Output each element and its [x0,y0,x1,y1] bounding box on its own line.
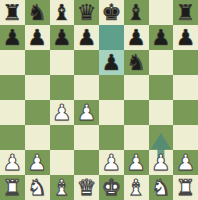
white-pawn[interactable]: ♟ [3,150,23,175]
square-e7[interactable] [99,25,124,50]
square-a3[interactable] [0,125,25,150]
square-h6[interactable] [173,50,198,75]
black-knight[interactable]: ♞ [126,50,146,75]
square-c3[interactable] [50,125,75,150]
white-pawn[interactable]: ♟ [27,150,47,175]
white-bishop[interactable]: ♝ [52,175,72,200]
square-f5[interactable] [124,75,149,100]
square-b4[interactable] [25,100,50,125]
square-a6[interactable] [0,50,25,75]
square-d3[interactable] [74,125,99,150]
square-b8[interactable]: ♞ [25,0,50,25]
white-pawn[interactable]: ♟ [151,150,171,175]
square-g1[interactable]: ♞ [149,175,174,200]
square-c7[interactable]: ♟ [50,25,75,50]
white-rook[interactable]: ♜ [3,175,23,200]
square-a5[interactable] [0,75,25,100]
black-bishop[interactable]: ♝ [126,0,146,25]
black-rook[interactable]: ♜ [176,0,196,25]
black-pawn[interactable]: ♟ [52,25,72,50]
square-g6[interactable] [149,50,174,75]
white-rook[interactable]: ♜ [176,175,196,200]
white-knight[interactable]: ♞ [27,175,47,200]
square-a1[interactable]: ♜ [0,175,25,200]
square-g7[interactable]: ♟ [149,25,174,50]
black-pawn[interactable]: ♟ [77,25,97,50]
white-pawn[interactable]: ♟ [52,100,72,125]
square-e4[interactable] [99,100,124,125]
square-f8[interactable]: ♝ [124,0,149,25]
square-b7[interactable]: ♟ [25,25,50,50]
square-c2[interactable] [50,150,75,175]
square-f2[interactable]: ♟ [124,150,149,175]
square-g2[interactable]: ♟ [149,150,174,175]
black-pawn[interactable]: ♟ [102,50,122,75]
square-a8[interactable]: ♜ [0,0,25,25]
square-h3[interactable] [173,125,198,150]
white-queen[interactable]: ♛ [77,175,97,200]
square-e2[interactable]: ♟ [99,150,124,175]
white-knight[interactable]: ♞ [151,175,171,200]
square-c6[interactable] [50,50,75,75]
square-f7[interactable]: ♟ [124,25,149,50]
black-pawn[interactable]: ♟ [27,25,47,50]
square-d1[interactable]: ♛ [74,175,99,200]
chess-board-container: ♜♞♝♛♚♝♜♟♟♟♟♟♟♟♟♞♟♟♟♟♟♟♟♟♜♞♝♛♚♝♞♜ [0,0,198,200]
chess-board[interactable]: ♜♞♝♛♚♝♜♟♟♟♟♟♟♟♟♞♟♟♟♟♟♟♟♟♜♞♝♛♚♝♞♜ [0,0,198,200]
square-h1[interactable]: ♜ [173,175,198,200]
square-d8[interactable]: ♛ [74,0,99,25]
square-e5[interactable] [99,75,124,100]
white-pawn[interactable]: ♟ [77,100,97,125]
square-g4[interactable] [149,100,174,125]
black-rook[interactable]: ♜ [3,0,23,25]
white-king[interactable]: ♚ [102,175,122,200]
square-b5[interactable] [25,75,50,100]
square-f6[interactable]: ♞ [124,50,149,75]
black-queen[interactable]: ♛ [77,0,97,25]
black-pawn[interactable]: ♟ [151,25,171,50]
square-d2[interactable] [74,150,99,175]
square-f1[interactable]: ♝ [124,175,149,200]
square-h8[interactable]: ♜ [173,0,198,25]
square-d4[interactable]: ♟ [74,100,99,125]
square-h7[interactable]: ♟ [173,25,198,50]
square-h2[interactable]: ♟ [173,150,198,175]
square-a4[interactable] [0,100,25,125]
square-b2[interactable]: ♟ [25,150,50,175]
square-c8[interactable]: ♝ [50,0,75,25]
square-d7[interactable]: ♟ [74,25,99,50]
square-g3[interactable] [149,125,174,150]
black-king[interactable]: ♚ [102,0,122,25]
square-h4[interactable] [173,100,198,125]
square-e3[interactable] [99,125,124,150]
square-c5[interactable] [50,75,75,100]
square-c4[interactable]: ♟ [50,100,75,125]
white-pawn[interactable]: ♟ [176,150,196,175]
black-pawn[interactable]: ♟ [3,25,23,50]
square-b6[interactable] [25,50,50,75]
black-knight[interactable]: ♞ [27,0,47,25]
black-pawn[interactable]: ♟ [176,25,196,50]
black-pawn[interactable]: ♟ [126,25,146,50]
white-pawn[interactable]: ♟ [102,150,122,175]
square-g5[interactable] [149,75,174,100]
white-bishop[interactable]: ♝ [126,175,146,200]
white-pawn[interactable]: ♟ [126,150,146,175]
square-e1[interactable]: ♚ [99,175,124,200]
square-b1[interactable]: ♞ [25,175,50,200]
square-g8[interactable] [149,0,174,25]
square-e8[interactable]: ♚ [99,0,124,25]
square-d5[interactable] [74,75,99,100]
square-a2[interactable]: ♟ [0,150,25,175]
square-a7[interactable]: ♟ [0,25,25,50]
square-f4[interactable] [124,100,149,125]
square-c1[interactable]: ♝ [50,175,75,200]
black-bishop[interactable]: ♝ [52,0,72,25]
square-b3[interactable] [25,125,50,150]
square-e6[interactable]: ♟ [99,50,124,75]
square-d6[interactable] [74,50,99,75]
square-h5[interactable] [173,75,198,100]
square-f3[interactable] [124,125,149,150]
